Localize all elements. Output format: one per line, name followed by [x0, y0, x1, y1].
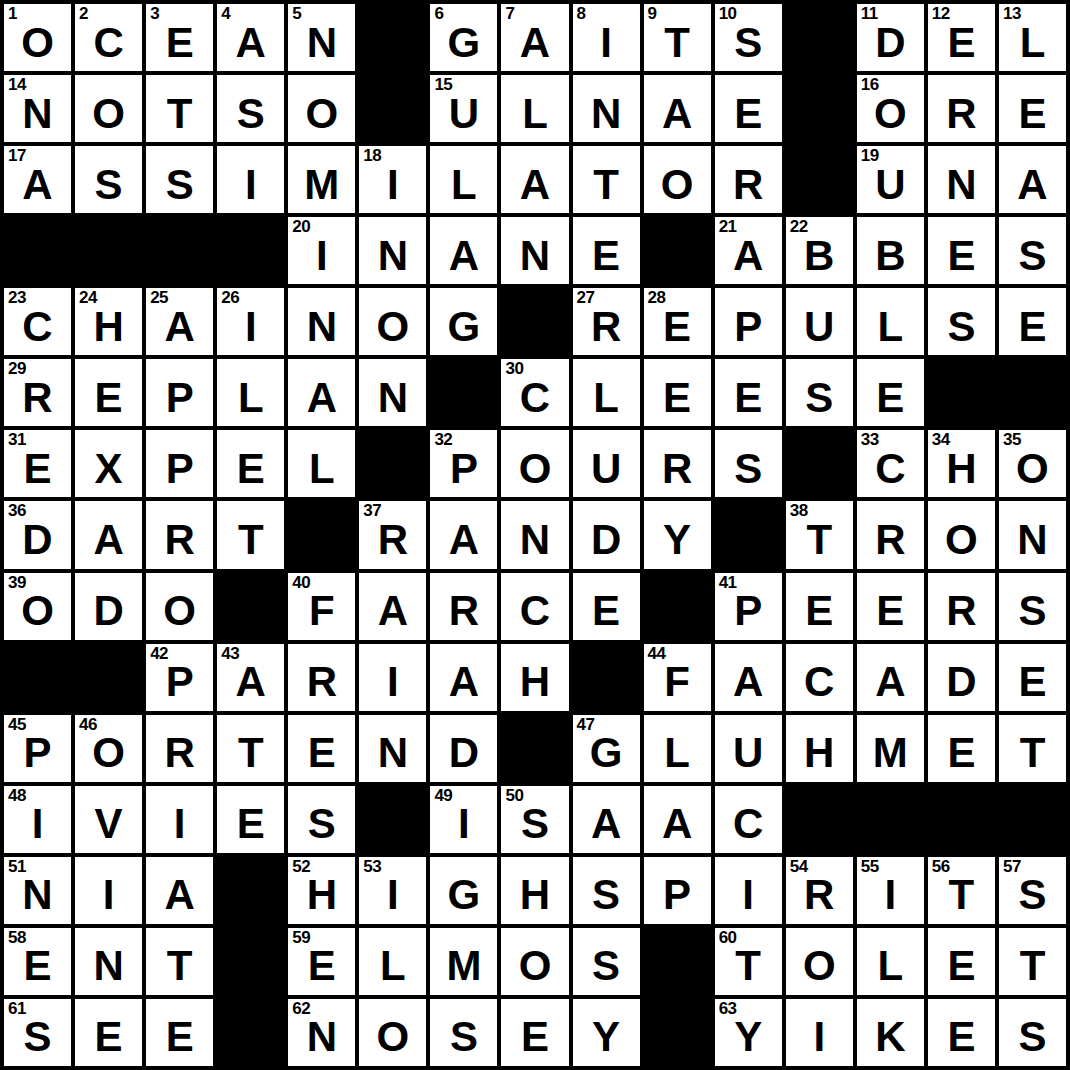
- cell-letter: O: [501, 940, 568, 993]
- cell-letter: N: [573, 87, 640, 140]
- cell-r10c8[interactable]: H: [501, 644, 568, 711]
- cell-r7c8[interactable]: O: [501, 430, 568, 497]
- cell-r13c8[interactable]: H: [501, 857, 568, 924]
- cell-r13c1[interactable]: 51N: [4, 857, 71, 924]
- cell-r7c9[interactable]: U: [573, 430, 640, 497]
- cell-r12c7[interactable]: 49I: [430, 786, 497, 853]
- cell-r10c4[interactable]: 43A: [217, 644, 284, 711]
- cell-r13c13[interactable]: 55I: [857, 857, 924, 924]
- cell-r2c9[interactable]: N: [573, 75, 640, 142]
- cell-letter: O: [999, 442, 1066, 495]
- cell-r2c11[interactable]: E: [715, 75, 782, 142]
- cell-r9c15[interactable]: S: [999, 573, 1066, 640]
- cell-letter: O: [501, 442, 568, 495]
- cell-r3c15[interactable]: A: [999, 146, 1066, 213]
- cell-letter: F: [644, 656, 711, 709]
- cell-r2c8[interactable]: L: [501, 75, 568, 142]
- cell-r1c5[interactable]: 5N: [288, 4, 355, 71]
- cell-letter: P: [715, 300, 782, 353]
- cell-r10c6[interactable]: I: [359, 644, 426, 711]
- cell-r11c14[interactable]: E: [928, 715, 995, 782]
- cell-letter: L: [288, 442, 355, 495]
- cell-r4c6[interactable]: N: [359, 217, 426, 284]
- cell-r3c5[interactable]: M: [288, 146, 355, 213]
- cell-r6c2[interactable]: E: [75, 359, 142, 426]
- cell-r5c1[interactable]: 23C: [4, 288, 71, 355]
- block-r9c10: [644, 573, 711, 640]
- cell-letter: A: [217, 16, 284, 69]
- cell-r15c1[interactable]: 61S: [4, 999, 71, 1066]
- cell-r5c9[interactable]: 27R: [573, 288, 640, 355]
- cell-r9c11[interactable]: 41P: [715, 573, 782, 640]
- block-r6c15: [999, 359, 1066, 426]
- cell-r5c13[interactable]: L: [857, 288, 924, 355]
- cell-r5c12[interactable]: U: [786, 288, 853, 355]
- cell-r3c7[interactable]: L: [430, 146, 497, 213]
- block-r7c6: [359, 430, 426, 497]
- cell-letter: N: [501, 229, 568, 282]
- cell-r8c8[interactable]: N: [501, 501, 568, 568]
- block-r4c10: [644, 217, 711, 284]
- cell-r10c12[interactable]: C: [786, 644, 853, 711]
- cell-letter: A: [430, 229, 497, 282]
- cell-r7c13[interactable]: 33C: [857, 430, 924, 497]
- cell-letter: A: [501, 16, 568, 69]
- cell-r12c11[interactable]: C: [715, 786, 782, 853]
- cell-r14c5[interactable]: 59E: [288, 928, 355, 995]
- cell-r3c4[interactable]: I: [217, 146, 284, 213]
- cell-r4c9[interactable]: E: [573, 217, 640, 284]
- cell-letter: I: [359, 656, 426, 709]
- cell-r6c1[interactable]: 29R: [4, 359, 71, 426]
- cell-letter: E: [715, 371, 782, 424]
- cell-r11c15[interactable]: T: [999, 715, 1066, 782]
- cell-r15c13[interactable]: K: [857, 999, 924, 1066]
- cell-r15c12[interactable]: I: [786, 999, 853, 1066]
- cell-r12c10[interactable]: A: [644, 786, 711, 853]
- cell-r3c8[interactable]: A: [501, 146, 568, 213]
- cell-r8c2[interactable]: A: [75, 501, 142, 568]
- cell-letter: E: [75, 1011, 142, 1064]
- cell-r4c5[interactable]: 20I: [288, 217, 355, 284]
- cell-r10c10[interactable]: 44F: [644, 644, 711, 711]
- cell-r1c7[interactable]: 6G: [430, 4, 497, 71]
- cell-r14c2[interactable]: N: [75, 928, 142, 995]
- cell-r7c2[interactable]: X: [75, 430, 142, 497]
- cell-letter: L: [999, 16, 1066, 69]
- cell-letter: N: [359, 727, 426, 780]
- cell-r11c1[interactable]: 45P: [4, 715, 71, 782]
- cell-letter: E: [75, 371, 142, 424]
- cell-letter: U: [857, 158, 924, 211]
- cell-r8c6[interactable]: 37R: [359, 501, 426, 568]
- cell-r3c13[interactable]: 19U: [857, 146, 924, 213]
- cell-r12c3[interactable]: I: [146, 786, 213, 853]
- cell-letter: I: [217, 158, 284, 211]
- block-r10c2: [75, 644, 142, 711]
- cell-r1c2[interactable]: 2C: [75, 4, 142, 71]
- cell-letter: O: [4, 16, 71, 69]
- cell-r6c12[interactable]: S: [786, 359, 853, 426]
- cell-letter: I: [146, 798, 213, 851]
- cell-r6c10[interactable]: E: [644, 359, 711, 426]
- cell-letter: M: [430, 940, 497, 993]
- cell-letter: A: [359, 585, 426, 638]
- cell-r6c13[interactable]: E: [857, 359, 924, 426]
- cell-r13c3[interactable]: A: [146, 857, 213, 924]
- cell-r1c14[interactable]: 12E: [928, 4, 995, 71]
- block-r3c12: [786, 146, 853, 213]
- cell-letter: R: [4, 371, 71, 424]
- block-r4c1: [4, 217, 71, 284]
- cell-r10c13[interactable]: A: [857, 644, 924, 711]
- cell-r5c5[interactable]: N: [288, 288, 355, 355]
- cell-r7c3[interactable]: P: [146, 430, 213, 497]
- cell-r10c14[interactable]: D: [928, 644, 995, 711]
- cell-r13c11[interactable]: I: [715, 857, 782, 924]
- cell-letter: N: [359, 371, 426, 424]
- cell-r13c9[interactable]: S: [573, 857, 640, 924]
- cell-letter: T: [999, 727, 1066, 780]
- cell-r4c8[interactable]: N: [501, 217, 568, 284]
- cell-r15c2[interactable]: E: [75, 999, 142, 1066]
- cell-letter: D: [75, 585, 142, 638]
- cell-r1c3[interactable]: 3E: [146, 4, 213, 71]
- cell-r1c10[interactable]: 9T: [644, 4, 711, 71]
- cell-letter: I: [430, 798, 497, 851]
- cell-letter: I: [786, 1011, 853, 1064]
- cell-r12c8[interactable]: 50S: [501, 786, 568, 853]
- cell-letter: U: [786, 300, 853, 353]
- block-r11c8: [501, 715, 568, 782]
- cell-r12c1[interactable]: 48I: [4, 786, 71, 853]
- cell-r6c4[interactable]: L: [217, 359, 284, 426]
- cell-letter: S: [928, 300, 995, 353]
- cell-r9c2[interactable]: D: [75, 573, 142, 640]
- cell-r9c9[interactable]: E: [573, 573, 640, 640]
- cell-letter: A: [75, 513, 142, 566]
- cell-r15c7[interactable]: S: [430, 999, 497, 1066]
- block-r2c12: [786, 75, 853, 142]
- cell-r7c7[interactable]: 32P: [430, 430, 497, 497]
- cell-r7c10[interactable]: R: [644, 430, 711, 497]
- cell-letter: O: [786, 940, 853, 993]
- cell-r11c2[interactable]: 46O: [75, 715, 142, 782]
- cell-r14c12[interactable]: O: [786, 928, 853, 995]
- cell-r1c4[interactable]: 4A: [217, 4, 284, 71]
- cell-r15c14[interactable]: E: [928, 999, 995, 1066]
- block-r14c4: [217, 928, 284, 995]
- cell-r14c3[interactable]: T: [146, 928, 213, 995]
- cell-r8c4[interactable]: T: [217, 501, 284, 568]
- cell-r3c10[interactable]: O: [644, 146, 711, 213]
- cell-letter: E: [857, 585, 924, 638]
- cell-r2c3[interactable]: T: [146, 75, 213, 142]
- block-r15c10: [644, 999, 711, 1066]
- cell-r14c9[interactable]: S: [573, 928, 640, 995]
- cell-r2c2[interactable]: O: [75, 75, 142, 142]
- cell-r12c9[interactable]: A: [573, 786, 640, 853]
- cell-letter: E: [928, 1011, 995, 1064]
- cell-r10c7[interactable]: A: [430, 644, 497, 711]
- cell-r14c11[interactable]: 60T: [715, 928, 782, 995]
- cell-r4c15[interactable]: S: [999, 217, 1066, 284]
- cell-r14c1[interactable]: 58E: [4, 928, 71, 995]
- cell-r13c7[interactable]: G: [430, 857, 497, 924]
- cell-letter: R: [715, 158, 782, 211]
- cell-r13c6[interactable]: 53I: [359, 857, 426, 924]
- cell-r9c7[interactable]: R: [430, 573, 497, 640]
- cell-r2c10[interactable]: A: [644, 75, 711, 142]
- cell-letter: Y: [644, 513, 711, 566]
- cell-letter: E: [999, 87, 1066, 140]
- cell-letter: O: [288, 87, 355, 140]
- cell-r10c5[interactable]: R: [288, 644, 355, 711]
- block-r4c4: [217, 217, 284, 284]
- cell-letter: E: [217, 798, 284, 851]
- cell-r9c8[interactable]: C: [501, 573, 568, 640]
- cell-r5c6[interactable]: O: [359, 288, 426, 355]
- cell-r5c2[interactable]: 24H: [75, 288, 142, 355]
- cell-letter: A: [430, 656, 497, 709]
- cell-r11c3[interactable]: R: [146, 715, 213, 782]
- cell-letter: A: [644, 798, 711, 851]
- cell-letter: I: [359, 869, 426, 922]
- cell-letter: R: [288, 656, 355, 709]
- cell-r14c8[interactable]: O: [501, 928, 568, 995]
- cell-r8c9[interactable]: D: [573, 501, 640, 568]
- cell-letter: D: [928, 656, 995, 709]
- block-r8c11: [715, 501, 782, 568]
- cell-letter: R: [857, 513, 924, 566]
- cell-r8c15[interactable]: N: [999, 501, 1066, 568]
- cell-letter: O: [359, 1011, 426, 1064]
- cell-r13c14[interactable]: 56T: [928, 857, 995, 924]
- cell-r6c3[interactable]: P: [146, 359, 213, 426]
- cell-letter: G: [573, 727, 640, 780]
- cell-r7c11[interactable]: S: [715, 430, 782, 497]
- cell-letter: E: [573, 229, 640, 282]
- cell-r6c6[interactable]: N: [359, 359, 426, 426]
- cell-letter: C: [857, 442, 924, 495]
- cell-r4c14[interactable]: E: [928, 217, 995, 284]
- cell-r11c4[interactable]: T: [217, 715, 284, 782]
- cell-r1c9[interactable]: 8I: [573, 4, 640, 71]
- cell-letter: R: [573, 300, 640, 353]
- cell-r5c11[interactable]: P: [715, 288, 782, 355]
- cell-r2c1[interactable]: 14N: [4, 75, 71, 142]
- cell-letter: U: [573, 442, 640, 495]
- cell-letter: E: [4, 940, 71, 993]
- cell-r2c5[interactable]: O: [288, 75, 355, 142]
- cell-r14c15[interactable]: T: [999, 928, 1066, 995]
- cell-r5c10[interactable]: 28E: [644, 288, 711, 355]
- cell-letter: P: [146, 656, 213, 709]
- cell-r4c7[interactable]: A: [430, 217, 497, 284]
- cell-r6c8[interactable]: 30C: [501, 359, 568, 426]
- cell-r6c9[interactable]: L: [573, 359, 640, 426]
- cell-r1c11[interactable]: 10S: [715, 4, 782, 71]
- cell-r7c5[interactable]: L: [288, 430, 355, 497]
- cell-letter: E: [928, 940, 995, 993]
- cell-r5c4[interactable]: 26I: [217, 288, 284, 355]
- cell-letter: N: [4, 87, 71, 140]
- cell-letter: T: [573, 158, 640, 211]
- block-r1c12: [786, 4, 853, 71]
- cell-letter: R: [644, 442, 711, 495]
- cell-r7c1[interactable]: 31E: [4, 430, 71, 497]
- cell-letter: S: [999, 585, 1066, 638]
- cell-r14c13[interactable]: L: [857, 928, 924, 995]
- block-r12c6: [359, 786, 426, 853]
- cell-r4c11[interactable]: 21A: [715, 217, 782, 284]
- cell-r7c4[interactable]: E: [217, 430, 284, 497]
- cell-r3c2[interactable]: S: [75, 146, 142, 213]
- cell-r2c14[interactable]: R: [928, 75, 995, 142]
- cell-r3c14[interactable]: N: [928, 146, 995, 213]
- cell-r10c11[interactable]: A: [715, 644, 782, 711]
- cell-letter: G: [430, 300, 497, 353]
- cell-r9c13[interactable]: E: [857, 573, 924, 640]
- block-r13c4: [217, 857, 284, 924]
- cell-r14c6[interactable]: L: [359, 928, 426, 995]
- cell-r13c12[interactable]: 54R: [786, 857, 853, 924]
- cell-letter: P: [430, 442, 497, 495]
- cell-r15c9[interactable]: Y: [573, 999, 640, 1066]
- cell-letter: C: [715, 798, 782, 851]
- cell-r15c8[interactable]: E: [501, 999, 568, 1066]
- cell-letter: E: [501, 1011, 568, 1064]
- cell-r15c6[interactable]: O: [359, 999, 426, 1066]
- cell-r3c9[interactable]: T: [573, 146, 640, 213]
- cell-r2c7[interactable]: 15U: [430, 75, 497, 142]
- cell-r3c6[interactable]: 18I: [359, 146, 426, 213]
- cell-r8c3[interactable]: R: [146, 501, 213, 568]
- cell-r3c3[interactable]: S: [146, 146, 213, 213]
- cell-letter: E: [999, 656, 1066, 709]
- block-r7c12: [786, 430, 853, 497]
- cell-letter: C: [75, 16, 142, 69]
- cell-r11c5[interactable]: E: [288, 715, 355, 782]
- cell-r3c11[interactable]: R: [715, 146, 782, 213]
- cell-r2c4[interactable]: S: [217, 75, 284, 142]
- block-r10c9: [573, 644, 640, 711]
- cell-r8c7[interactable]: A: [430, 501, 497, 568]
- cell-letter: C: [501, 585, 568, 638]
- cell-r15c11[interactable]: 63Y: [715, 999, 782, 1066]
- cell-letter: A: [573, 798, 640, 851]
- cell-r4c13[interactable]: B: [857, 217, 924, 284]
- cell-letter: A: [217, 656, 284, 709]
- cell-r6c11[interactable]: E: [715, 359, 782, 426]
- cell-letter: E: [146, 1011, 213, 1064]
- cell-r1c8[interactable]: 7A: [501, 4, 568, 71]
- cell-letter: A: [715, 229, 782, 282]
- cell-r9c1[interactable]: 39O: [4, 573, 71, 640]
- cell-r9c14[interactable]: R: [928, 573, 995, 640]
- cell-r2c15[interactable]: E: [999, 75, 1066, 142]
- cell-r12c2[interactable]: V: [75, 786, 142, 853]
- cell-letter: I: [715, 869, 782, 922]
- cell-r5c7[interactable]: G: [430, 288, 497, 355]
- cell-r14c7[interactable]: M: [430, 928, 497, 995]
- cell-r11c11[interactable]: U: [715, 715, 782, 782]
- cell-r8c13[interactable]: R: [857, 501, 924, 568]
- cell-r1c1[interactable]: 1O: [4, 4, 71, 71]
- cell-r6c5[interactable]: A: [288, 359, 355, 426]
- block-r2c6: [359, 75, 426, 142]
- cell-r9c5[interactable]: 40F: [288, 573, 355, 640]
- cell-r12c4[interactable]: E: [217, 786, 284, 853]
- block-r14c10: [644, 928, 711, 995]
- cell-letter: M: [288, 158, 355, 211]
- cell-letter: E: [786, 585, 853, 638]
- cell-r1c13[interactable]: 11D: [857, 4, 924, 71]
- cell-letter: P: [146, 442, 213, 495]
- cell-letter: H: [501, 656, 568, 709]
- cell-r13c5[interactable]: 52H: [288, 857, 355, 924]
- cell-letter: A: [4, 158, 71, 211]
- cell-letter: L: [430, 158, 497, 211]
- cell-r8c10[interactable]: Y: [644, 501, 711, 568]
- cell-r8c14[interactable]: O: [928, 501, 995, 568]
- cell-r5c3[interactable]: 25A: [146, 288, 213, 355]
- cell-r8c1[interactable]: 36D: [4, 501, 71, 568]
- cell-letter: S: [4, 1011, 71, 1064]
- cell-r9c6[interactable]: A: [359, 573, 426, 640]
- cell-letter: H: [501, 869, 568, 922]
- cell-r7c15[interactable]: 35O: [999, 430, 1066, 497]
- cell-letter: Y: [715, 1011, 782, 1064]
- cell-letter: E: [715, 87, 782, 140]
- cell-r10c3[interactable]: 42P: [146, 644, 213, 711]
- cell-r15c5[interactable]: 62N: [288, 999, 355, 1066]
- block-r4c2: [75, 217, 142, 284]
- cell-r3c1[interactable]: 17A: [4, 146, 71, 213]
- cell-letter: L: [644, 727, 711, 780]
- cell-r13c15[interactable]: 57S: [999, 857, 1066, 924]
- cell-r4c12[interactable]: 22B: [786, 217, 853, 284]
- cell-letter: O: [75, 87, 142, 140]
- cell-r11c10[interactable]: L: [644, 715, 711, 782]
- cell-r15c15[interactable]: S: [999, 999, 1066, 1066]
- cell-letter: A: [146, 869, 213, 922]
- cell-r13c10[interactable]: P: [644, 857, 711, 924]
- cell-r11c12[interactable]: H: [786, 715, 853, 782]
- block-r6c14: [928, 359, 995, 426]
- cell-r2c13[interactable]: 16O: [857, 75, 924, 142]
- cell-r15c3[interactable]: E: [146, 999, 213, 1066]
- block-r1c6: [359, 4, 426, 71]
- cell-r11c6[interactable]: N: [359, 715, 426, 782]
- cell-r5c14[interactable]: S: [928, 288, 995, 355]
- cell-r7c14[interactable]: 34H: [928, 430, 995, 497]
- cell-r11c13[interactable]: M: [857, 715, 924, 782]
- cell-letter: S: [501, 798, 568, 851]
- cell-r8c12[interactable]: 38T: [786, 501, 853, 568]
- cell-r10c15[interactable]: E: [999, 644, 1066, 711]
- cell-r12c5[interactable]: S: [288, 786, 355, 853]
- cell-r5c15[interactable]: E: [999, 288, 1066, 355]
- cell-r14c14[interactable]: E: [928, 928, 995, 995]
- cell-r11c7[interactable]: D: [430, 715, 497, 782]
- cell-letter: R: [786, 869, 853, 922]
- cell-r9c12[interactable]: E: [786, 573, 853, 640]
- cell-r13c2[interactable]: I: [75, 857, 142, 924]
- cell-r1c15[interactable]: 13L: [999, 4, 1066, 71]
- cell-r9c3[interactable]: O: [146, 573, 213, 640]
- cell-r11c9[interactable]: 47G: [573, 715, 640, 782]
